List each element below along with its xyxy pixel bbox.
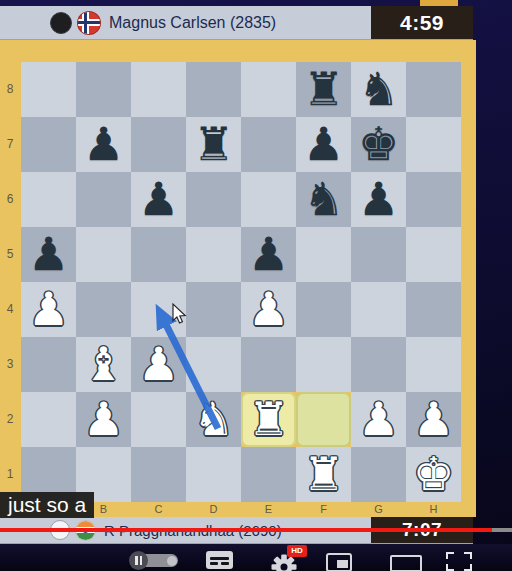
square-d3[interactable]: [186, 337, 241, 392]
norway-flag-icon: [77, 11, 101, 35]
square-c5[interactable]: [131, 227, 186, 282]
square-f8[interactable]: ♜: [296, 62, 351, 117]
square-g1[interactable]: [351, 447, 406, 502]
square-a6[interactable]: [21, 172, 76, 227]
square-c7[interactable]: [131, 117, 186, 172]
piece-black-pawn-a5[interactable]: ♟: [28, 227, 69, 282]
square-e8[interactable]: [241, 62, 296, 117]
square-c3[interactable]: ♟: [131, 337, 186, 392]
video-progress-bar[interactable]: [0, 528, 512, 532]
square-d1[interactable]: [186, 447, 241, 502]
piece-white-pawn-b2[interactable]: ♟: [83, 392, 124, 447]
square-b6[interactable]: [76, 172, 131, 227]
square-g6[interactable]: ♟: [351, 172, 406, 227]
piece-white-rook-e2[interactable]: ♜: [248, 392, 289, 447]
piece-white-pawn-h2[interactable]: ♟: [413, 392, 454, 447]
square-e1[interactable]: [241, 447, 296, 502]
square-e4[interactable]: ♟: [241, 282, 296, 337]
square-f4[interactable]: [296, 282, 351, 337]
square-g4[interactable]: [351, 282, 406, 337]
square-c4[interactable]: [131, 282, 186, 337]
piece-white-pawn-g2[interactable]: ♟: [358, 392, 399, 447]
theater-mode-icon[interactable]: [390, 555, 422, 571]
piece-white-pawn-a4[interactable]: ♟: [28, 282, 69, 337]
square-h5[interactable]: [406, 227, 461, 282]
square-f1[interactable]: ♜: [296, 447, 351, 502]
square-f5[interactable]: [296, 227, 351, 282]
player-controls-bar: [0, 544, 512, 571]
square-h1[interactable]: ♚: [406, 447, 461, 502]
rank-label-4: 4: [0, 282, 20, 337]
file-label-g: G: [351, 501, 406, 517]
square-a4[interactable]: ♟: [21, 282, 76, 337]
rank-label-8: 8: [0, 62, 20, 117]
square-h8[interactable]: [406, 62, 461, 117]
square-a8[interactable]: [21, 62, 76, 117]
file-label-h: H: [406, 501, 461, 517]
square-b3[interactable]: ♝: [76, 337, 131, 392]
square-a5[interactable]: ♟: [21, 227, 76, 282]
square-a2[interactable]: [21, 392, 76, 447]
piece-white-pawn-e4[interactable]: ♟: [248, 282, 289, 337]
square-d4[interactable]: [186, 282, 241, 337]
top-player-clock: 4:59: [371, 6, 473, 39]
piece-black-pawn-g6[interactable]: ♟: [358, 172, 399, 227]
rank-label-6: 6: [0, 172, 20, 227]
square-g2[interactable]: ♟: [351, 392, 406, 447]
square-e6[interactable]: [241, 172, 296, 227]
square-h4[interactable]: [406, 282, 461, 337]
piece-black-knight-g8[interactable]: ♞: [358, 62, 399, 117]
piece-white-bishop-b3[interactable]: ♝: [83, 337, 124, 392]
hd-quality-badge: HD: [287, 545, 307, 557]
square-h3[interactable]: [406, 337, 461, 392]
square-c6[interactable]: ♟: [131, 172, 186, 227]
square-d5[interactable]: [186, 227, 241, 282]
square-b7[interactable]: ♟: [76, 117, 131, 172]
piece-black-knight-f6[interactable]: ♞: [303, 172, 344, 227]
square-a3[interactable]: [21, 337, 76, 392]
square-g3[interactable]: [351, 337, 406, 392]
piece-black-pawn-e5[interactable]: ♟: [248, 227, 289, 282]
piece-white-knight-d2[interactable]: ♞: [193, 392, 234, 447]
file-label-c: C: [131, 501, 186, 517]
rank-label-3: 3: [0, 337, 20, 392]
square-f2[interactable]: [296, 392, 351, 447]
square-c2[interactable]: [131, 392, 186, 447]
piece-black-rook-f8[interactable]: ♜: [303, 62, 344, 117]
piece-white-pawn-c3[interactable]: ♟: [138, 337, 179, 392]
square-d6[interactable]: [186, 172, 241, 227]
piece-black-pawn-c6[interactable]: ♟: [138, 172, 179, 227]
file-label-e: E: [241, 501, 296, 517]
rank-label-5: 5: [0, 227, 20, 282]
square-c1[interactable]: [131, 447, 186, 502]
square-d2[interactable]: ♞: [186, 392, 241, 447]
fullscreen-icon[interactable]: [446, 552, 472, 571]
square-g7[interactable]: ♚: [351, 117, 406, 172]
square-d7[interactable]: ♜: [186, 117, 241, 172]
square-e3[interactable]: [241, 337, 296, 392]
piece-black-pawn-f7[interactable]: ♟: [303, 117, 344, 172]
square-f6[interactable]: ♞: [296, 172, 351, 227]
square-f3[interactable]: [296, 337, 351, 392]
piece-white-king-h1[interactable]: ♚: [413, 447, 454, 502]
square-g5[interactable]: [351, 227, 406, 282]
autoplay-toggle[interactable]: [131, 554, 178, 567]
piece-white-rook-f1[interactable]: ♜: [303, 447, 344, 502]
square-f7[interactable]: ♟: [296, 117, 351, 172]
rank-label-2: 2: [0, 392, 20, 447]
square-e2[interactable]: ♜: [241, 392, 296, 447]
top-player-name: Magnus Carlsen (2835): [109, 14, 276, 32]
black-piece-indicator: [50, 12, 72, 34]
square-d8[interactable]: [186, 62, 241, 117]
file-label-d: D: [186, 501, 241, 517]
square-b8[interactable]: [76, 62, 131, 117]
piece-black-rook-d7[interactable]: ♜: [193, 117, 234, 172]
top-player-bar: Magnus Carlsen (2835) 4:59: [0, 6, 473, 40]
piece-black-pawn-b7[interactable]: ♟: [83, 117, 124, 172]
square-h6[interactable]: [406, 172, 461, 227]
subtitles-icon[interactable]: [206, 551, 233, 569]
chess-board-frame: ♜♞♟♜♟♚♟♞♟♟♟♟♟♝♟♟♞♜♟♟♜♚ 87654321 ABCDEFGH: [0, 40, 476, 517]
square-b4[interactable]: [76, 282, 131, 337]
miniplayer-icon[interactable]: [326, 553, 352, 571]
video-caption: just so a: [0, 492, 94, 518]
square-g8[interactable]: ♞: [351, 62, 406, 117]
pause-icon: [129, 551, 148, 570]
square-e7[interactable]: [241, 117, 296, 172]
video-progress-played: [0, 528, 492, 532]
square-b5[interactable]: [76, 227, 131, 282]
rank-label-7: 7: [0, 117, 20, 172]
chess-board[interactable]: ♜♞♟♜♟♚♟♞♟♟♟♟♟♝♟♟♞♜♟♟♜♚: [21, 62, 461, 502]
square-h7[interactable]: [406, 117, 461, 172]
square-c8[interactable]: [131, 62, 186, 117]
square-e5[interactable]: ♟: [241, 227, 296, 282]
file-label-f: F: [296, 501, 351, 517]
square-h2[interactable]: ♟: [406, 392, 461, 447]
piece-black-king-g7[interactable]: ♚: [358, 117, 399, 172]
square-a7[interactable]: [21, 117, 76, 172]
square-b2[interactable]: ♟: [76, 392, 131, 447]
